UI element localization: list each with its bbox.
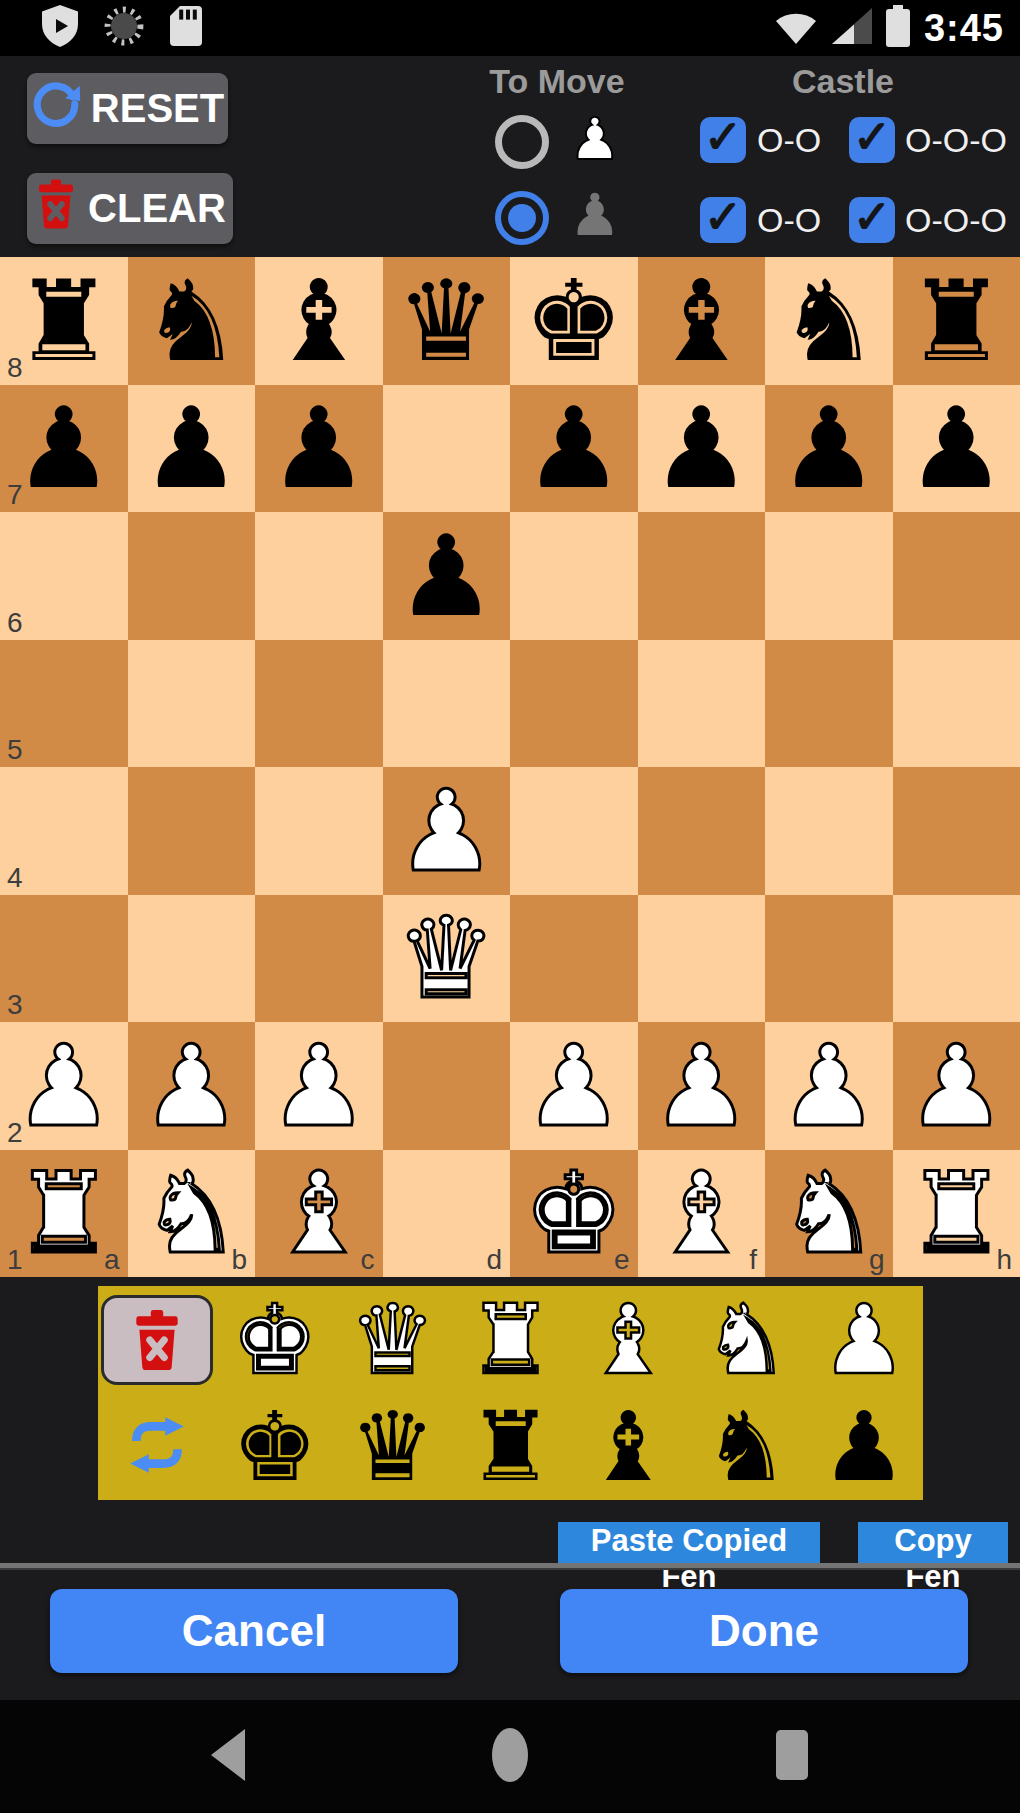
square-f5[interactable]: [638, 640, 766, 768]
white-king-glyph: ♚: [232, 1292, 318, 1388]
palette-white-rook[interactable]: ♜: [452, 1286, 570, 1393]
palette-black-rook[interactable]: ♜: [452, 1393, 570, 1500]
square-a7[interactable]: ♟7: [0, 385, 128, 513]
palette-black-king[interactable]: ♚: [216, 1393, 334, 1500]
black-pawn: ♟: [893, 385, 1020, 513]
square-c7[interactable]: ♟: [255, 385, 383, 513]
square-f6[interactable]: [638, 512, 766, 640]
black-castle-queenside-checkbox[interactable]: ✓: [849, 197, 895, 243]
delete-tool-button[interactable]: [98, 1286, 216, 1393]
square-c1[interactable]: ♝c: [255, 1150, 383, 1278]
black-castle-kingside-checkbox[interactable]: ✓: [700, 197, 746, 243]
palette-white-king[interactable]: ♚: [216, 1286, 334, 1393]
square-e5[interactable]: [510, 640, 638, 768]
square-g2[interactable]: ♟: [765, 1022, 893, 1150]
swap-colors-button[interactable]: [98, 1393, 216, 1500]
square-a8[interactable]: ♜8: [0, 257, 128, 385]
white-pawn: ♟: [893, 1022, 1020, 1150]
square-f2[interactable]: ♟: [638, 1022, 766, 1150]
black-pawn: ♟: [638, 385, 766, 513]
black-bishop-glyph: ♝: [585, 1399, 671, 1495]
square-a1[interactable]: ♜1a: [0, 1150, 128, 1278]
black-castle-kingside-label: O-O: [757, 201, 821, 240]
square-f7[interactable]: ♟: [638, 385, 766, 513]
reset-label: RESET: [91, 86, 224, 131]
square-b4[interactable]: [128, 767, 256, 895]
castle-heading: Castle: [733, 62, 953, 101]
square-f1[interactable]: ♝f: [638, 1150, 766, 1278]
black-queen: ♛: [383, 257, 511, 385]
white-pawn: ♟: [510, 1022, 638, 1150]
black-rook: ♜: [893, 257, 1020, 385]
chess-position-editor-screen: 3:45 RESET CLEAR To Move Castle ♟ ♟ ✓ O-…: [0, 0, 1020, 1813]
square-c5[interactable]: [255, 640, 383, 768]
square-g7[interactable]: ♟: [765, 385, 893, 513]
square-a6[interactable]: 6: [0, 512, 128, 640]
divider: [0, 1563, 1020, 1570]
wifi-icon: [774, 8, 818, 48]
shield-play-icon: [42, 5, 78, 51]
square-d1[interactable]: d: [383, 1150, 511, 1278]
white-pawn-glyph: ♟: [821, 1292, 907, 1388]
file-label-e: e: [614, 1244, 630, 1276]
square-b7[interactable]: ♟: [128, 385, 256, 513]
home-icon[interactable]: [491, 1727, 529, 1787]
square-h8[interactable]: ♜: [893, 257, 1020, 385]
white-castle-kingside-label: O-O: [757, 121, 821, 160]
white-rook-glyph: ♜: [467, 1292, 553, 1388]
square-e8[interactable]: ♚: [510, 257, 638, 385]
square-d7[interactable]: [383, 385, 511, 513]
square-b1[interactable]: ♞b: [128, 1150, 256, 1278]
black-knight: ♞: [765, 257, 893, 385]
white-bishop-glyph: ♝: [585, 1292, 671, 1388]
white-pawn: ♟: [255, 1022, 383, 1150]
rank-label-4: 4: [7, 862, 23, 894]
black-king: ♚: [510, 257, 638, 385]
status-bar: 3:45: [0, 0, 1020, 56]
copy-fen-button[interactable]: Copy Fen: [858, 1522, 1008, 1568]
clock-text: 3:45: [924, 7, 1004, 50]
paste-fen-button[interactable]: Paste Copied Fen: [558, 1522, 820, 1568]
status-bar-right: 3:45: [774, 5, 1004, 51]
battery-icon: [886, 5, 910, 51]
black-bishop: ♝: [255, 257, 383, 385]
square-b3[interactable]: [128, 895, 256, 1023]
black-king-glyph: ♚: [232, 1399, 318, 1495]
square-a5[interactable]: 5: [0, 640, 128, 768]
white-castle-queenside-checkbox[interactable]: ✓: [849, 117, 895, 163]
square-h3[interactable]: [893, 895, 1020, 1023]
black-castle-queenside-label: O-O-O: [905, 201, 1007, 240]
square-g6[interactable]: [765, 512, 893, 640]
square-h6[interactable]: [893, 512, 1020, 640]
square-b5[interactable]: [128, 640, 256, 768]
recents-icon[interactable]: [776, 1730, 808, 1784]
cell-signal-icon: [832, 8, 872, 48]
clear-label: CLEAR: [88, 186, 226, 231]
refresh-icon: [31, 79, 81, 138]
file-label-a: a: [104, 1244, 120, 1276]
piece-palette: ♚♛♜♝♞♟♚♛♜♝♞♟: [98, 1286, 923, 1500]
black-knight: ♞: [128, 257, 256, 385]
editor-toolbar: RESET CLEAR To Move Castle ♟ ♟ ✓ O-O ✓ O…: [0, 56, 1020, 257]
trash-icon: [101, 1295, 213, 1385]
square-e1[interactable]: ♚e: [510, 1150, 638, 1278]
palette-black-bishop[interactable]: ♝: [569, 1393, 687, 1500]
square-g8[interactable]: ♞: [765, 257, 893, 385]
file-label-c: c: [361, 1244, 375, 1276]
file-label-b: b: [231, 1244, 247, 1276]
rank-label-8: 8: [7, 352, 23, 384]
square-c3[interactable]: [255, 895, 383, 1023]
done-button[interactable]: Done: [560, 1589, 968, 1673]
square-b6[interactable]: [128, 512, 256, 640]
file-label-h: h: [996, 1244, 1012, 1276]
black-pawn: ♟: [255, 385, 383, 513]
white-castle-queenside-label: O-O-O: [905, 121, 1007, 160]
black-bishop: ♝: [638, 257, 766, 385]
palette-black-knight[interactable]: ♞: [687, 1393, 805, 1500]
spinner-icon: [104, 6, 144, 50]
square-g1[interactable]: ♞g: [765, 1150, 893, 1278]
square-c8[interactable]: ♝: [255, 257, 383, 385]
black-pawn-icon: ♟: [563, 186, 627, 244]
status-bar-left: [42, 5, 202, 51]
palette-white-knight[interactable]: ♞: [687, 1286, 805, 1393]
black-knight-glyph: ♞: [703, 1399, 789, 1495]
rank-label-7: 7: [7, 479, 23, 511]
square-e2[interactable]: ♟: [510, 1022, 638, 1150]
square-h1[interactable]: ♜h: [893, 1150, 1020, 1278]
square-f4[interactable]: [638, 767, 766, 895]
rank-label-1: 1: [7, 1244, 23, 1276]
white-castle-kingside-checkbox[interactable]: ✓: [700, 117, 746, 163]
black-queen-glyph: ♛: [350, 1399, 436, 1495]
square-a4[interactable]: 4: [0, 767, 128, 895]
white-pawn: ♟: [128, 1022, 256, 1150]
white-pawn-icon: ♟: [563, 110, 627, 168]
square-f8[interactable]: ♝: [638, 257, 766, 385]
square-e3[interactable]: [510, 895, 638, 1023]
cancel-button[interactable]: Cancel: [50, 1589, 458, 1673]
square-h2[interactable]: ♟: [893, 1022, 1020, 1150]
square-a3[interactable]: 3: [0, 895, 128, 1023]
white-queen-glyph: ♛: [350, 1292, 436, 1388]
black-to-move-radio[interactable]: [495, 191, 549, 245]
square-h5[interactable]: [893, 640, 1020, 768]
white-bishop: ♝: [638, 1150, 766, 1278]
rank-label-5: 5: [7, 734, 23, 766]
square-c6[interactable]: [255, 512, 383, 640]
palette-white-queen[interactable]: ♛: [334, 1286, 452, 1393]
white-pawn: ♟: [765, 1022, 893, 1150]
square-c2[interactable]: ♟: [255, 1022, 383, 1150]
reset-button[interactable]: RESET: [27, 73, 228, 144]
square-g4[interactable]: [765, 767, 893, 895]
square-c4[interactable]: [255, 767, 383, 895]
file-label-d: d: [486, 1244, 502, 1276]
palette-black-pawn[interactable]: ♟: [805, 1393, 923, 1500]
square-e7[interactable]: ♟: [510, 385, 638, 513]
black-pawn: ♟: [128, 385, 256, 513]
square-d2[interactable]: [383, 1022, 511, 1150]
square-d6[interactable]: ♟: [383, 512, 511, 640]
square-b8[interactable]: ♞: [128, 257, 256, 385]
square-h4[interactable]: [893, 767, 1020, 895]
black-pawn: ♟: [383, 512, 511, 640]
square-d4[interactable]: ♟: [383, 767, 511, 895]
rank-label-2: 2: [7, 1117, 23, 1149]
white-to-move-radio[interactable]: [495, 115, 549, 169]
square-h7[interactable]: ♟: [893, 385, 1020, 513]
square-d5[interactable]: [383, 640, 511, 768]
square-g5[interactable]: [765, 640, 893, 768]
rank-label-6: 6: [7, 607, 23, 639]
android-nav-bar: [0, 1700, 1020, 1813]
square-e4[interactable]: [510, 767, 638, 895]
black-pawn: ♟: [765, 385, 893, 513]
black-pawn: ♟: [510, 385, 638, 513]
sd-card-icon: [170, 6, 202, 50]
rank-label-3: 3: [7, 989, 23, 1021]
white-knight-glyph: ♞: [703, 1292, 789, 1388]
to-move-heading: To Move: [447, 62, 667, 101]
file-label-g: g: [869, 1244, 885, 1276]
square-d8[interactable]: ♛: [383, 257, 511, 385]
palette-white-bishop[interactable]: ♝: [569, 1286, 687, 1393]
swap-icon: [124, 1416, 190, 1478]
chess-board: ♜8♞♝♛♚♝♞♜♟7♟♟♟♟♟♟6♟54♟3♛♟2♟♟♟♟♟♟♜1a♞b♝cd…: [0, 257, 1020, 1277]
square-a2[interactable]: ♟2: [0, 1022, 128, 1150]
square-d3[interactable]: ♛: [383, 895, 511, 1023]
palette-black-queen[interactable]: ♛: [334, 1393, 452, 1500]
palette-white-pawn[interactable]: ♟: [805, 1286, 923, 1393]
square-f3[interactable]: [638, 895, 766, 1023]
square-g3[interactable]: [765, 895, 893, 1023]
trash-icon: [34, 179, 78, 238]
white-queen: ♛: [383, 895, 511, 1023]
white-pawn: ♟: [383, 767, 511, 895]
file-label-f: f: [749, 1244, 757, 1276]
square-e6[interactable]: [510, 512, 638, 640]
back-icon[interactable]: [211, 1729, 245, 1785]
black-rook-glyph: ♜: [467, 1399, 553, 1495]
white-pawn: ♟: [638, 1022, 766, 1150]
clear-button[interactable]: CLEAR: [27, 173, 233, 244]
square-b2[interactable]: ♟: [128, 1022, 256, 1150]
black-pawn-glyph: ♟: [821, 1399, 907, 1495]
